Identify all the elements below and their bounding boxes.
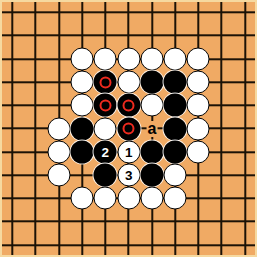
white-stone <box>47 164 70 187</box>
white-stone <box>187 140 210 163</box>
white-stone <box>140 187 163 210</box>
black-stone <box>164 140 187 163</box>
white-stone <box>187 94 210 117</box>
white-stone <box>117 71 140 94</box>
move-2-stone: 2 <box>94 140 117 163</box>
circle-mark-icon <box>123 123 135 135</box>
white-stone <box>94 47 117 70</box>
black-stone-circled <box>117 117 140 140</box>
white-stone <box>187 71 210 94</box>
white-stone <box>47 117 70 140</box>
white-stone <box>164 187 187 210</box>
black-stone <box>140 140 163 163</box>
white-stone <box>164 47 187 70</box>
black-stone <box>140 164 163 187</box>
white-stone <box>47 140 70 163</box>
black-stone-circled <box>94 71 117 94</box>
black-stone-circled <box>94 94 117 117</box>
move-1-stone: 1 <box>117 140 140 163</box>
move-3-stone: 3 <box>117 164 140 187</box>
black-stone <box>164 117 187 140</box>
white-stone <box>71 94 94 117</box>
white-stone <box>187 47 210 70</box>
white-stone <box>71 71 94 94</box>
circle-mark-icon <box>99 99 111 111</box>
white-stone <box>71 47 94 70</box>
white-stone <box>94 187 117 210</box>
black-stone <box>94 164 117 187</box>
circle-mark-icon <box>123 99 135 111</box>
point-label-a: a <box>146 121 157 137</box>
black-stone <box>164 94 187 117</box>
white-stone <box>187 117 210 140</box>
white-stone <box>140 94 163 117</box>
white-stone <box>140 47 163 70</box>
black-stone <box>71 140 94 163</box>
black-stone-circled <box>117 94 140 117</box>
white-stone <box>94 117 117 140</box>
white-stone <box>117 187 140 210</box>
white-stone <box>71 187 94 210</box>
black-stone <box>71 117 94 140</box>
black-stone <box>140 71 163 94</box>
black-stone <box>164 71 187 94</box>
go-board: 213a <box>0 0 257 257</box>
white-stone <box>117 47 140 70</box>
white-stone <box>164 164 187 187</box>
circle-mark-icon <box>99 76 111 88</box>
